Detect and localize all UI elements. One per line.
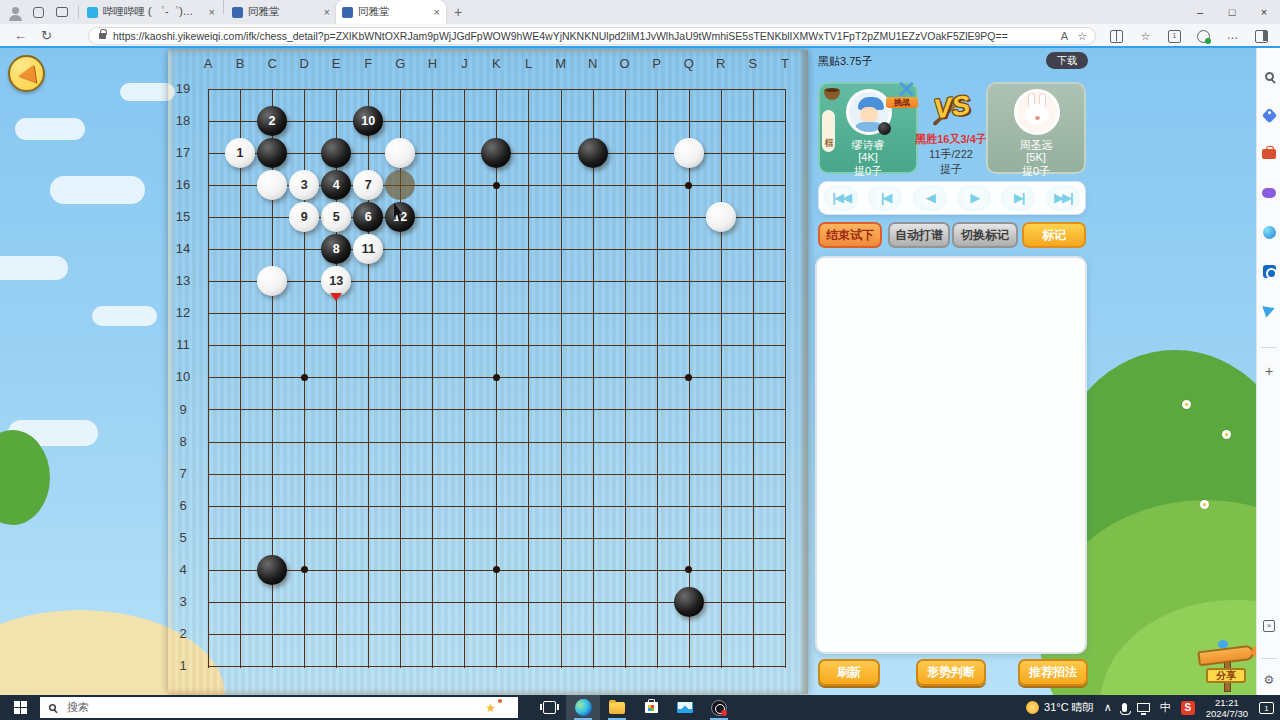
drop-icon[interactable] [1261, 302, 1277, 318]
collections-icon[interactable]: ☆ [1139, 30, 1152, 43]
tab-copies-icon[interactable]: 1 [1168, 30, 1181, 43]
coordinate-letter: E [326, 56, 346, 71]
microphone-icon [1122, 703, 1127, 712]
notification-center-icon[interactable]: 1 [1259, 702, 1274, 714]
add-icon[interactable]: + [1261, 363, 1277, 379]
coordinate-number: 2 [170, 626, 196, 641]
analysis-panel [815, 256, 1087, 654]
coordinate-number: 7 [170, 466, 196, 481]
network-icon [1137, 703, 1150, 712]
hide-sidebar-icon: × [1263, 620, 1275, 632]
webpage: ABCDEFGHJKLMNOPQRST191817161514131211109… [0, 48, 1256, 695]
coordinate-letter: F [358, 56, 378, 71]
coordinate-letter: N [583, 56, 603, 71]
task-view-button-icon [543, 701, 556, 714]
black-stone: 2 [257, 106, 287, 136]
outlook-icon[interactable] [1261, 263, 1277, 279]
restore-button[interactable]: □ [1216, 0, 1248, 24]
coordinate-number: 13 [170, 273, 196, 288]
coordinate-number: 6 [170, 498, 196, 513]
weather-widget[interactable]: 31°C 晴朗 [1026, 700, 1094, 715]
browser-tab[interactable]: 哔哩哔哩 ( ゜-゜)つロ 干杯~-bilib× [81, 0, 221, 24]
rabbit-nose [1035, 116, 1040, 120]
tab-close-icon[interactable]: × [434, 6, 440, 18]
tab-close-icon[interactable]: × [324, 6, 330, 18]
coordinate-letter: S [743, 56, 763, 71]
end-trial-button[interactable]: 结束试下 [818, 222, 882, 248]
stone-bowl-icon [824, 89, 840, 100]
store-app-icon [645, 702, 658, 713]
coordinate-number: 18 [170, 113, 196, 128]
coordinate-letter: P [647, 56, 667, 71]
flower [1200, 500, 1209, 509]
edge-sidebar: +×⚙ [1256, 48, 1280, 695]
network-icon[interactable] [1137, 703, 1150, 712]
browser-toolbar: ← ↻ https://kaoshi.yikeweiqi.com/ifk/che… [0, 24, 1280, 48]
nav-forward-fast-button[interactable]: ▶| [1001, 185, 1035, 211]
shopping-icon[interactable] [1261, 107, 1277, 123]
coordinate-number: 8 [170, 434, 196, 449]
black-stone [578, 138, 608, 168]
coordinate-letter: C [262, 56, 282, 71]
divider [78, 5, 79, 19]
taskbar-search-input[interactable]: 搜索 ★ [40, 697, 518, 718]
coordinate-letter: J [454, 56, 474, 71]
sogou-icon[interactable]: S [1181, 701, 1195, 715]
nav-back-fast-button[interactable]: |◀ [868, 185, 902, 211]
desktop-screen: 哔哩哔哩 ( ゜-゜)つロ 干杯~-bilib×同雅堂×同雅堂× + – □ ×… [0, 0, 1280, 720]
coordinate-number: 15 [170, 209, 196, 224]
star-point [685, 182, 692, 189]
cloud [0, 256, 68, 280]
taskbar-clock[interactable]: 21:212024/7/30 [1206, 697, 1248, 719]
coordinate-number: 9 [170, 402, 196, 417]
browser-tab[interactable]: 同雅堂× [336, 0, 446, 24]
browser-essentials-icon[interactable] [1197, 30, 1210, 43]
obs-app-icon [711, 700, 727, 716]
split-screen-icon[interactable] [1110, 30, 1123, 43]
taskbar-apps [532, 695, 736, 720]
challenge-badge-label: 挑战 [886, 97, 918, 108]
coordinate-number: 3 [170, 594, 196, 609]
browser-tab[interactable]: 同雅堂× [226, 0, 336, 24]
search-icon[interactable] [1261, 68, 1277, 84]
white-player-card: 周圣远 [5K] 提0子 [986, 82, 1086, 174]
refresh-button[interactable]: 刷新 [818, 659, 880, 686]
rabbit-face [1025, 104, 1049, 124]
clock-date: 2024/7/30 [1206, 708, 1248, 719]
url-text[interactable]: https://kaoshi.yikeweiqi.com/ifk/chess_d… [113, 30, 1052, 42]
file-explorer-app-icon [609, 702, 625, 714]
cloud [120, 83, 175, 101]
black-stone [257, 555, 287, 585]
coordinate-letter: H [422, 56, 442, 71]
microphone-icon[interactable] [1122, 703, 1127, 712]
copilot-icon[interactable] [1261, 224, 1277, 240]
mail-app[interactable] [668, 695, 702, 720]
white-player-rank: [5K] [988, 151, 1084, 163]
go-board[interactable]: ABCDEFGHJKLMNOPQRST191817161514131211109… [168, 50, 808, 694]
profile-icon[interactable] [12, 7, 19, 14]
shopping-icon [1261, 107, 1277, 123]
avatar-face [860, 107, 878, 122]
start-button[interactable] [0, 695, 40, 720]
cloud [50, 176, 145, 204]
bird-icon [1218, 640, 1228, 648]
workspaces-icon[interactable] [33, 7, 44, 18]
close-button[interactable]: × [1248, 0, 1280, 24]
coordinate-letter: M [551, 56, 571, 71]
star-point [493, 182, 500, 189]
clock-time: 21:21 [1206, 697, 1248, 708]
flower [1222, 430, 1231, 439]
store-app[interactable] [634, 695, 668, 720]
tab-close-icon[interactable]: × [209, 6, 215, 18]
system-tray: 31°C 晴朗∧中S21:212024/7/301 [1021, 695, 1280, 720]
nav-last-button[interactable]: ▶▶| [1046, 185, 1080, 211]
toolbar-right-icons: ☆ 1 … [1102, 24, 1280, 48]
coordinate-number: 16 [170, 177, 196, 192]
games-icon [1262, 188, 1276, 198]
refresh-icon[interactable]: ↻ [41, 28, 52, 43]
edge-app[interactable] [566, 695, 600, 720]
back-icon[interactable]: ← [14, 28, 27, 43]
window-controls: – □ × [1184, 0, 1280, 24]
coordinate-number: 11 [170, 337, 196, 352]
tools-icon [1262, 149, 1276, 159]
nav-back-button[interactable]: ◀ [913, 185, 947, 211]
mark-button[interactable]: 标记 [1022, 222, 1086, 248]
file-explorer-app[interactable] [600, 695, 634, 720]
coordinate-number: 1 [170, 658, 196, 673]
cloud [15, 118, 85, 140]
minimize-button[interactable]: – [1184, 0, 1216, 24]
challenge-badge-icon [896, 80, 916, 98]
edge-app-icon [575, 699, 592, 716]
favorite-icon[interactable]: ☆ [1077, 30, 1087, 43]
coordinate-letter: K [486, 56, 506, 71]
browser-tab-bar: 哔哩哔哩 ( ゜-゜)つロ 干杯~-bilib×同雅堂×同雅堂× + – □ × [0, 0, 1280, 24]
outlook-icon [1263, 265, 1276, 278]
auto-replay-button[interactable]: 自动打谱 [888, 222, 950, 248]
sidebar-toggle-icon[interactable] [1255, 30, 1268, 43]
star-point [301, 374, 308, 381]
white-player-avatar [1014, 89, 1060, 135]
download-button[interactable]: 下载 [1046, 52, 1088, 69]
tab-favicon [87, 7, 98, 18]
sogou-icon: S [1181, 701, 1195, 715]
white-stone: 1 [225, 138, 255, 168]
settings-icon[interactable]: ⚙ [1261, 672, 1277, 688]
flower [1182, 400, 1191, 409]
search-icon [1265, 72, 1274, 81]
page-back-button[interactable] [8, 55, 45, 92]
search-icon [49, 704, 56, 711]
taskbar: 搜索 ★ 31°C 晴朗∧中S21:212024/7/301 [0, 695, 1280, 720]
tab-list: 哔哩哔哩 ( ゜-゜)つロ 干杯~-bilib×同雅堂×同雅堂× [81, 0, 446, 24]
windows-logo-icon [14, 701, 27, 714]
games-icon[interactable] [1261, 185, 1277, 201]
drop-icon [1262, 302, 1276, 317]
suggest-move-button[interactable]: 推荐招法 [1018, 659, 1088, 686]
white-stone [674, 138, 704, 168]
share-signpost[interactable]: 分享 [1196, 640, 1256, 695]
white-stone [706, 202, 736, 232]
coordinate-number: 17 [170, 145, 196, 160]
obs-app[interactable] [702, 695, 736, 720]
hide-sidebar-icon[interactable]: × [1261, 618, 1277, 634]
share-label[interactable]: 分享 [1206, 668, 1246, 683]
coordinate-letter: T [775, 56, 795, 71]
divider [1261, 347, 1277, 348]
star-point [301, 566, 308, 573]
search-placeholder: 搜索 [67, 700, 485, 715]
coordinate-letter: L [519, 56, 539, 71]
coordinate-letter: R [711, 56, 731, 71]
mail-app-icon [677, 702, 693, 713]
coordinate-letter: Q [679, 56, 699, 71]
cloud [92, 306, 157, 326]
address-bar[interactable]: https://kaoshi.yikeweiqi.com/ifk/chess_d… [88, 27, 1096, 45]
copilot-icon [1263, 226, 1276, 239]
tab-actions-icon[interactable] [56, 7, 68, 17]
divider [223, 0, 224, 14]
coordinate-letter: A [198, 56, 218, 71]
nav-first-button[interactable]: |◀◀ [824, 185, 858, 211]
star-point [493, 374, 500, 381]
tab-favicon [232, 7, 243, 18]
toggle-marks-button[interactable]: 切换标记 [952, 222, 1018, 248]
task-view-button[interactable] [532, 695, 566, 720]
read-aloud-icon[interactable]: A [1061, 30, 1068, 42]
notification-badge: 1 [1259, 702, 1274, 714]
black-stone [257, 138, 287, 168]
tab-favicon [342, 7, 353, 18]
tab-title: 哔哩哔哩 ( ゜-゜)つロ 干杯~-bilib [103, 5, 204, 19]
hidden-icons-caret[interactable]: ∧ [1104, 701, 1112, 714]
coordinate-number: 10 [170, 369, 196, 384]
lock-icon [99, 33, 106, 39]
coordinate-letter: B [230, 56, 250, 71]
tools-icon[interactable] [1261, 146, 1277, 162]
coordinate-letter: O [615, 56, 635, 71]
last-move-marker [330, 293, 342, 301]
black-stone [674, 587, 704, 617]
weather-text: 31°C 晴朗 [1044, 700, 1094, 715]
nav-forward-button[interactable]: ▶ [957, 185, 991, 211]
more-icon[interactable]: … [1226, 30, 1239, 43]
settings-icon: ⚙ [1264, 673, 1275, 687]
coordinate-number: 4 [170, 562, 196, 577]
copilot-sparkle-icon: ★ [485, 701, 496, 715]
coordinate-number: 5 [170, 530, 196, 545]
coordinate-number: 14 [170, 241, 196, 256]
coordinate-letter: G [390, 56, 410, 71]
position-judge-button[interactable]: 形势判断 [916, 659, 986, 686]
divider [1261, 658, 1277, 659]
tab-title: 同雅堂 [248, 5, 319, 19]
coordinate-letter: D [294, 56, 314, 71]
vs-label: VS [932, 90, 972, 126]
sun-icon [1026, 701, 1039, 714]
tab-title: 同雅堂 [358, 5, 429, 19]
ime-indicator[interactable]: 中 [1160, 700, 1171, 715]
white-player-captures: 提0子 [988, 164, 1084, 179]
coordinate-number: 19 [170, 81, 196, 96]
new-tab-button[interactable]: + [454, 4, 462, 20]
komi-label: 黑贴3.75子 [818, 54, 872, 69]
coordinate-number: 12 [170, 305, 196, 320]
add-icon: + [1265, 363, 1273, 379]
move-navigation-bar: |◀◀|◀◀▶▶|▶▶| [818, 181, 1086, 215]
